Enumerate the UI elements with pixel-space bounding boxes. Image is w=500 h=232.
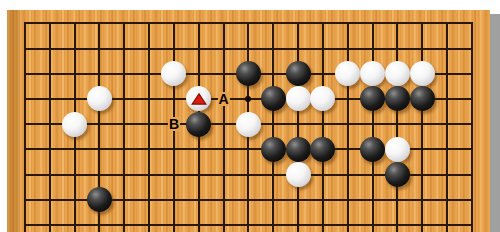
white-stone[interactable] xyxy=(62,112,87,137)
black-stone[interactable] xyxy=(310,137,335,162)
white-stone[interactable] xyxy=(87,86,112,111)
grid-line-horizontal xyxy=(24,224,473,226)
white-stone[interactable] xyxy=(186,86,211,111)
go-board[interactable]: AB xyxy=(7,10,490,232)
white-stone[interactable] xyxy=(335,61,360,86)
black-stone[interactable] xyxy=(410,86,435,111)
black-stone[interactable] xyxy=(236,61,261,86)
white-stone[interactable] xyxy=(236,112,261,137)
black-stone[interactable] xyxy=(286,61,311,86)
black-stone[interactable] xyxy=(87,187,112,212)
white-stone[interactable] xyxy=(410,61,435,86)
white-stone[interactable] xyxy=(310,86,335,111)
black-stone[interactable] xyxy=(261,137,286,162)
black-stone[interactable] xyxy=(261,86,286,111)
black-stone[interactable] xyxy=(360,137,385,162)
point-label-a[interactable]: A xyxy=(218,92,230,106)
go-diagram: AB xyxy=(0,0,500,232)
star-point xyxy=(245,96,251,102)
board-drop-shadow xyxy=(490,14,500,232)
grid-line-horizontal xyxy=(24,22,473,24)
white-stone[interactable] xyxy=(360,61,385,86)
black-stone[interactable] xyxy=(186,112,211,137)
triangle-marker-icon xyxy=(191,92,207,105)
white-stone[interactable] xyxy=(286,162,311,187)
white-stone[interactable] xyxy=(385,61,410,86)
white-stone[interactable] xyxy=(286,86,311,111)
point-label-b[interactable]: B xyxy=(168,117,180,131)
white-stone[interactable] xyxy=(161,61,186,86)
grid-line-horizontal xyxy=(24,48,473,50)
black-stone[interactable] xyxy=(286,137,311,162)
white-stone[interactable] xyxy=(385,137,410,162)
black-stone[interactable] xyxy=(385,86,410,111)
black-stone[interactable] xyxy=(385,162,410,187)
black-stone[interactable] xyxy=(360,86,385,111)
